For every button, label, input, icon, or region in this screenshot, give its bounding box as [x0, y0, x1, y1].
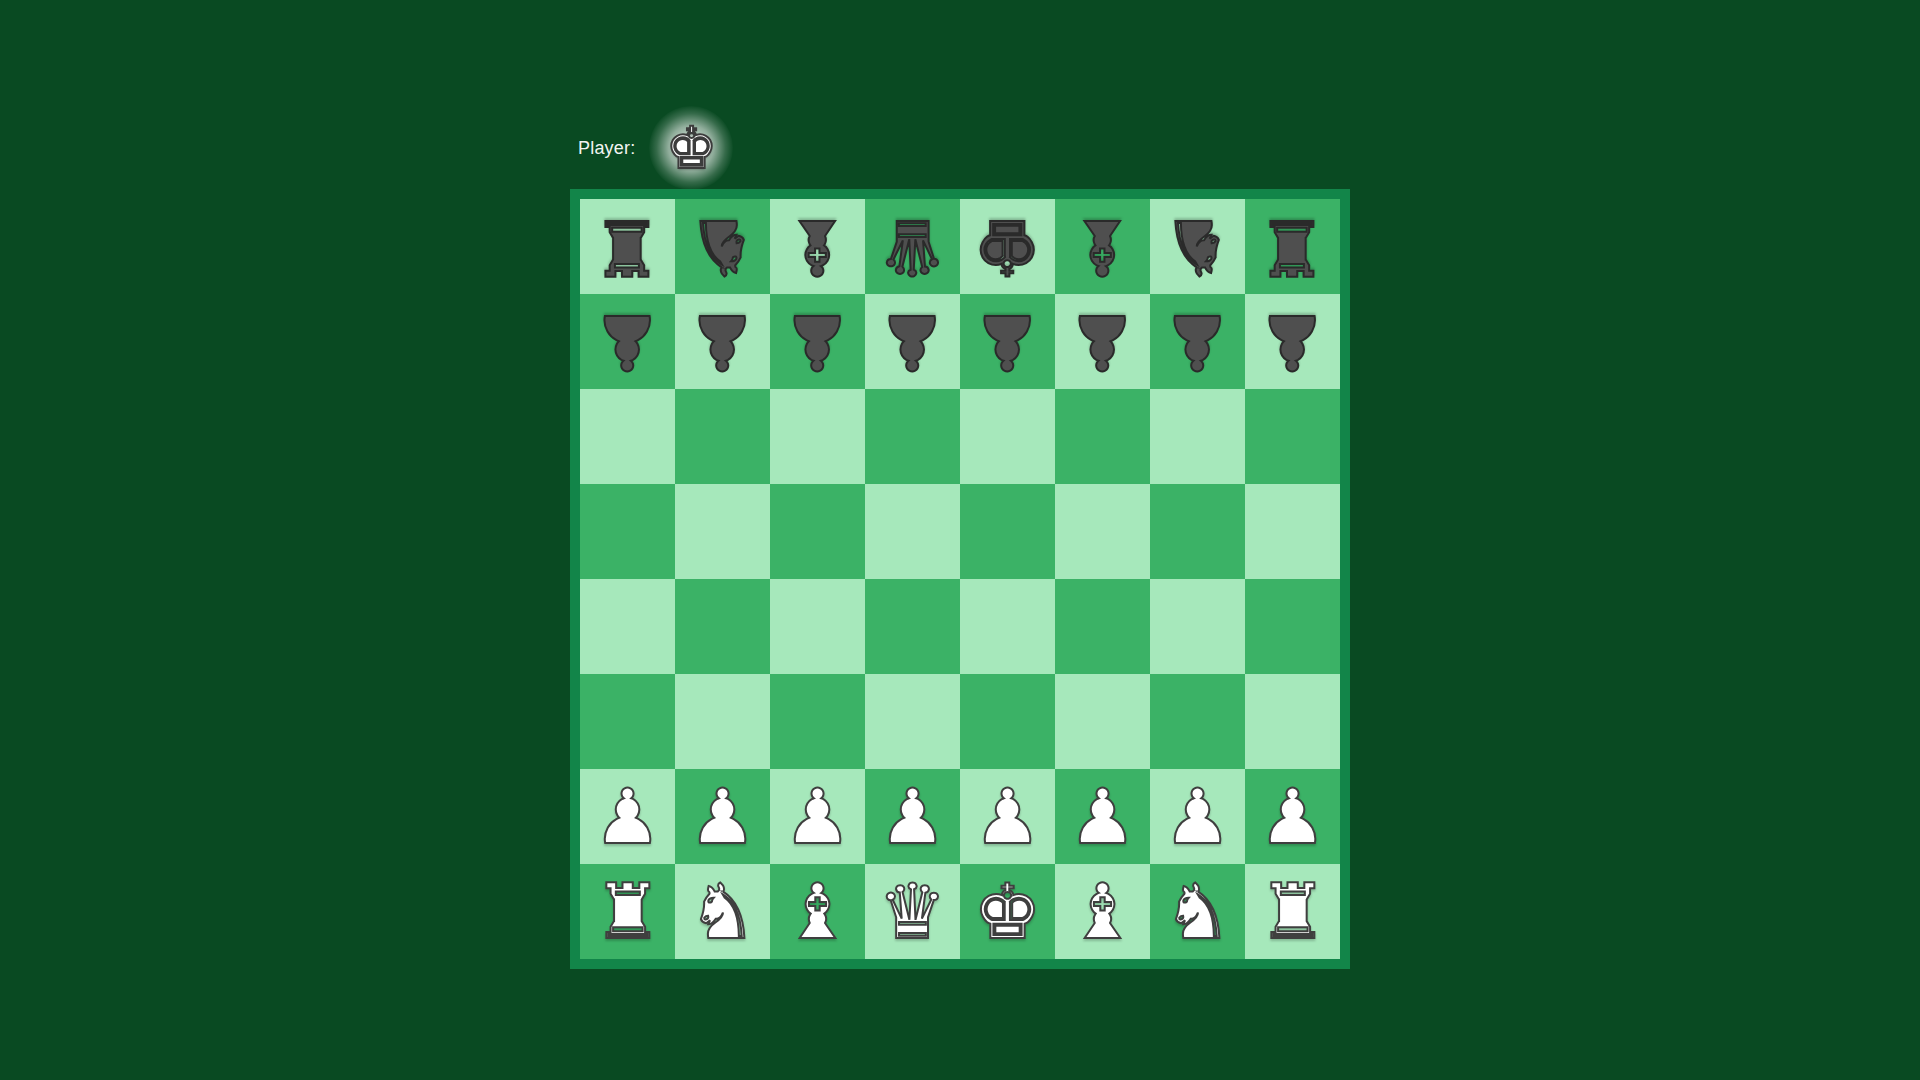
square-a8[interactable]: ♜	[580, 199, 675, 294]
white-pawn[interactable]: ♟	[1258, 779, 1326, 855]
black-king[interactable]: ♚	[973, 209, 1041, 285]
square-g8[interactable]: ♞	[1150, 199, 1245, 294]
square-g7[interactable]: ♟	[1150, 294, 1245, 389]
white-pawn[interactable]: ♟	[783, 779, 851, 855]
white-pawn[interactable]: ♟	[1163, 779, 1231, 855]
square-a2[interactable]: ♟	[580, 769, 675, 864]
black-pawn[interactable]: ♟	[593, 304, 661, 380]
black-pawn[interactable]: ♟	[783, 304, 851, 380]
square-c3[interactable]	[770, 674, 865, 769]
square-a7[interactable]: ♟	[580, 294, 675, 389]
square-d1[interactable]: ♛	[865, 864, 960, 959]
square-g3[interactable]	[1150, 674, 1245, 769]
player-king-glow: ♚	[649, 106, 733, 190]
square-g2[interactable]: ♟	[1150, 769, 1245, 864]
square-a4[interactable]	[580, 579, 675, 674]
square-f2[interactable]: ♟	[1055, 769, 1150, 864]
square-b3[interactable]	[675, 674, 770, 769]
square-h7[interactable]: ♟	[1245, 294, 1340, 389]
black-bishop[interactable]: ♝	[1068, 209, 1136, 285]
square-c8[interactable]: ♝	[770, 199, 865, 294]
square-d2[interactable]: ♟	[865, 769, 960, 864]
player-label: Player:	[578, 138, 635, 159]
square-c1[interactable]: ♝	[770, 864, 865, 959]
square-h6[interactable]	[1245, 389, 1340, 484]
black-pawn[interactable]: ♟	[688, 304, 756, 380]
white-knight[interactable]: ♞	[688, 874, 756, 950]
chess-board: ♜♞♝♛♚♝♞♜♟♟♟♟♟♟♟♟♟♟♟♟♟♟♟♟♜♞♝♛♚♝♞♜	[570, 189, 1350, 969]
black-pawn[interactable]: ♟	[973, 304, 1041, 380]
white-pawn[interactable]: ♟	[688, 779, 756, 855]
square-e2[interactable]: ♟	[960, 769, 1055, 864]
square-g1[interactable]: ♞	[1150, 864, 1245, 959]
square-h5[interactable]	[1245, 484, 1340, 579]
square-e7[interactable]: ♟	[960, 294, 1055, 389]
square-b4[interactable]	[675, 579, 770, 674]
black-pawn[interactable]: ♟	[1258, 304, 1326, 380]
square-e1[interactable]: ♚	[960, 864, 1055, 959]
square-f6[interactable]	[1055, 389, 1150, 484]
square-e8[interactable]: ♚	[960, 199, 1055, 294]
black-rook[interactable]: ♜	[593, 209, 661, 285]
square-d8[interactable]: ♛	[865, 199, 960, 294]
black-bishop[interactable]: ♝	[783, 209, 851, 285]
square-h2[interactable]: ♟	[1245, 769, 1340, 864]
square-h4[interactable]	[1245, 579, 1340, 674]
square-e3[interactable]	[960, 674, 1055, 769]
square-b6[interactable]	[675, 389, 770, 484]
square-e4[interactable]	[960, 579, 1055, 674]
square-h1[interactable]: ♜	[1245, 864, 1340, 959]
white-pawn[interactable]: ♟	[878, 779, 946, 855]
square-d4[interactable]	[865, 579, 960, 674]
black-rook[interactable]: ♜	[1258, 209, 1326, 285]
player-indicator: Player: ♚	[578, 106, 733, 190]
black-pawn[interactable]: ♟	[1163, 304, 1231, 380]
square-g5[interactable]	[1150, 484, 1245, 579]
white-bishop[interactable]: ♝	[783, 874, 851, 950]
white-king[interactable]: ♚	[973, 874, 1041, 950]
square-f5[interactable]	[1055, 484, 1150, 579]
square-g6[interactable]	[1150, 389, 1245, 484]
white-rook[interactable]: ♜	[1258, 874, 1326, 950]
square-c4[interactable]	[770, 579, 865, 674]
white-pawn[interactable]: ♟	[593, 779, 661, 855]
square-g4[interactable]	[1150, 579, 1245, 674]
white-queen[interactable]: ♛	[878, 874, 946, 950]
square-b2[interactable]: ♟	[675, 769, 770, 864]
square-a6[interactable]	[580, 389, 675, 484]
square-f4[interactable]	[1055, 579, 1150, 674]
square-c5[interactable]	[770, 484, 865, 579]
square-a1[interactable]: ♜	[580, 864, 675, 959]
app-background: Player: ♚ ♜♞♝♛♚♝♞♜♟♟♟♟♟♟♟♟♟♟♟♟♟♟♟♟♜♞♝♛♚♝…	[0, 0, 1920, 1080]
square-c2[interactable]: ♟	[770, 769, 865, 864]
square-d7[interactable]: ♟	[865, 294, 960, 389]
square-d5[interactable]	[865, 484, 960, 579]
square-e5[interactable]	[960, 484, 1055, 579]
black-queen[interactable]: ♛	[878, 209, 946, 285]
black-pawn[interactable]: ♟	[1068, 304, 1136, 380]
square-f3[interactable]	[1055, 674, 1150, 769]
square-b5[interactable]	[675, 484, 770, 579]
black-pawn[interactable]: ♟	[878, 304, 946, 380]
square-d6[interactable]	[865, 389, 960, 484]
white-bishop[interactable]: ♝	[1068, 874, 1136, 950]
square-h8[interactable]: ♜	[1245, 199, 1340, 294]
square-h3[interactable]	[1245, 674, 1340, 769]
square-d3[interactable]	[865, 674, 960, 769]
black-knight[interactable]: ♞	[1163, 209, 1231, 285]
white-rook[interactable]: ♜	[593, 874, 661, 950]
square-c7[interactable]: ♟	[770, 294, 865, 389]
square-a3[interactable]	[580, 674, 675, 769]
square-f1[interactable]: ♝	[1055, 864, 1150, 959]
square-b1[interactable]: ♞	[675, 864, 770, 959]
square-e6[interactable]	[960, 389, 1055, 484]
square-b7[interactable]: ♟	[675, 294, 770, 389]
square-c6[interactable]	[770, 389, 865, 484]
square-f7[interactable]: ♟	[1055, 294, 1150, 389]
square-f8[interactable]: ♝	[1055, 199, 1150, 294]
white-king-icon: ♚	[665, 119, 717, 177]
square-a5[interactable]	[580, 484, 675, 579]
white-pawn[interactable]: ♟	[1068, 779, 1136, 855]
white-pawn[interactable]: ♟	[973, 779, 1041, 855]
square-b8[interactable]: ♞	[675, 199, 770, 294]
white-knight[interactable]: ♞	[1163, 874, 1231, 950]
black-knight[interactable]: ♞	[688, 209, 756, 285]
